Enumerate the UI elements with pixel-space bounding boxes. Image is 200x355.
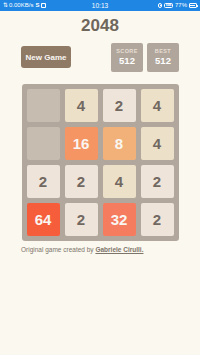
status-bar-right: 64B 77% <box>158 0 197 11</box>
tile-4-r1c4: 4 <box>141 89 174 122</box>
status-s-icon: S <box>35 0 39 11</box>
tile-2-r3c2: 2 <box>65 165 98 198</box>
footer-credit: Original game created by Gabriele Cirull… <box>21 246 200 253</box>
notification-app-icon <box>41 3 46 8</box>
author-link[interactable]: Gabriele Cirulli. <box>95 246 143 253</box>
tile-4-r1c2: 4 <box>65 89 98 122</box>
battery-percent-text: 77% <box>175 0 187 11</box>
tile-4-r3c3: 4 <box>103 165 136 198</box>
header-controls: New Game SCORE 512 BEST 512 <box>21 43 179 72</box>
score-panel: SCORE 512 BEST 512 <box>111 43 179 72</box>
status-bar: ⇅ 0.00KB/s S 10:13 64B 77% <box>0 0 200 11</box>
data-badge-icon: 64B <box>164 3 173 8</box>
tile-2-r3c1: 2 <box>27 165 60 198</box>
alarm-clock-icon <box>158 3 163 8</box>
battery-icon <box>189 3 197 8</box>
score-value: 512 <box>119 55 135 66</box>
tile-4-r2c4: 4 <box>141 127 174 160</box>
page-title: 2048 <box>0 17 200 36</box>
tile-2-r1c3: 2 <box>103 89 136 122</box>
updown-arrows-icon: ⇅ <box>3 0 7 11</box>
best-value: 512 <box>155 55 171 66</box>
game-board[interactable]: 42416842242642322 <box>22 84 179 241</box>
empty-cell-r2c1 <box>27 127 60 160</box>
tile-32-r4c3: 32 <box>103 203 136 236</box>
footer-text: Original game created by <box>21 246 95 253</box>
score-label: SCORE <box>116 48 138 54</box>
phone-screen: ⇅ 0.00KB/s S 10:13 64B 77% 2048 New Game… <box>0 0 200 355</box>
score-box: SCORE 512 <box>111 43 143 72</box>
tile-2-r4c2: 2 <box>65 203 98 236</box>
new-game-button[interactable]: New Game <box>21 46 71 68</box>
best-label: BEST <box>155 48 171 54</box>
tile-8-r2c3: 8 <box>103 127 136 160</box>
tile-2-r3c4: 2 <box>141 165 174 198</box>
tile-16-r2c2: 16 <box>65 127 98 160</box>
status-bar-left: ⇅ 0.00KB/s S <box>3 0 46 11</box>
empty-cell-r1c1 <box>27 89 60 122</box>
tile-64-r4c1: 64 <box>27 203 60 236</box>
best-box: BEST 512 <box>147 43 179 72</box>
network-speed-text: 0.00KB/s <box>9 0 33 11</box>
tile-2-r4c4: 2 <box>141 203 174 236</box>
